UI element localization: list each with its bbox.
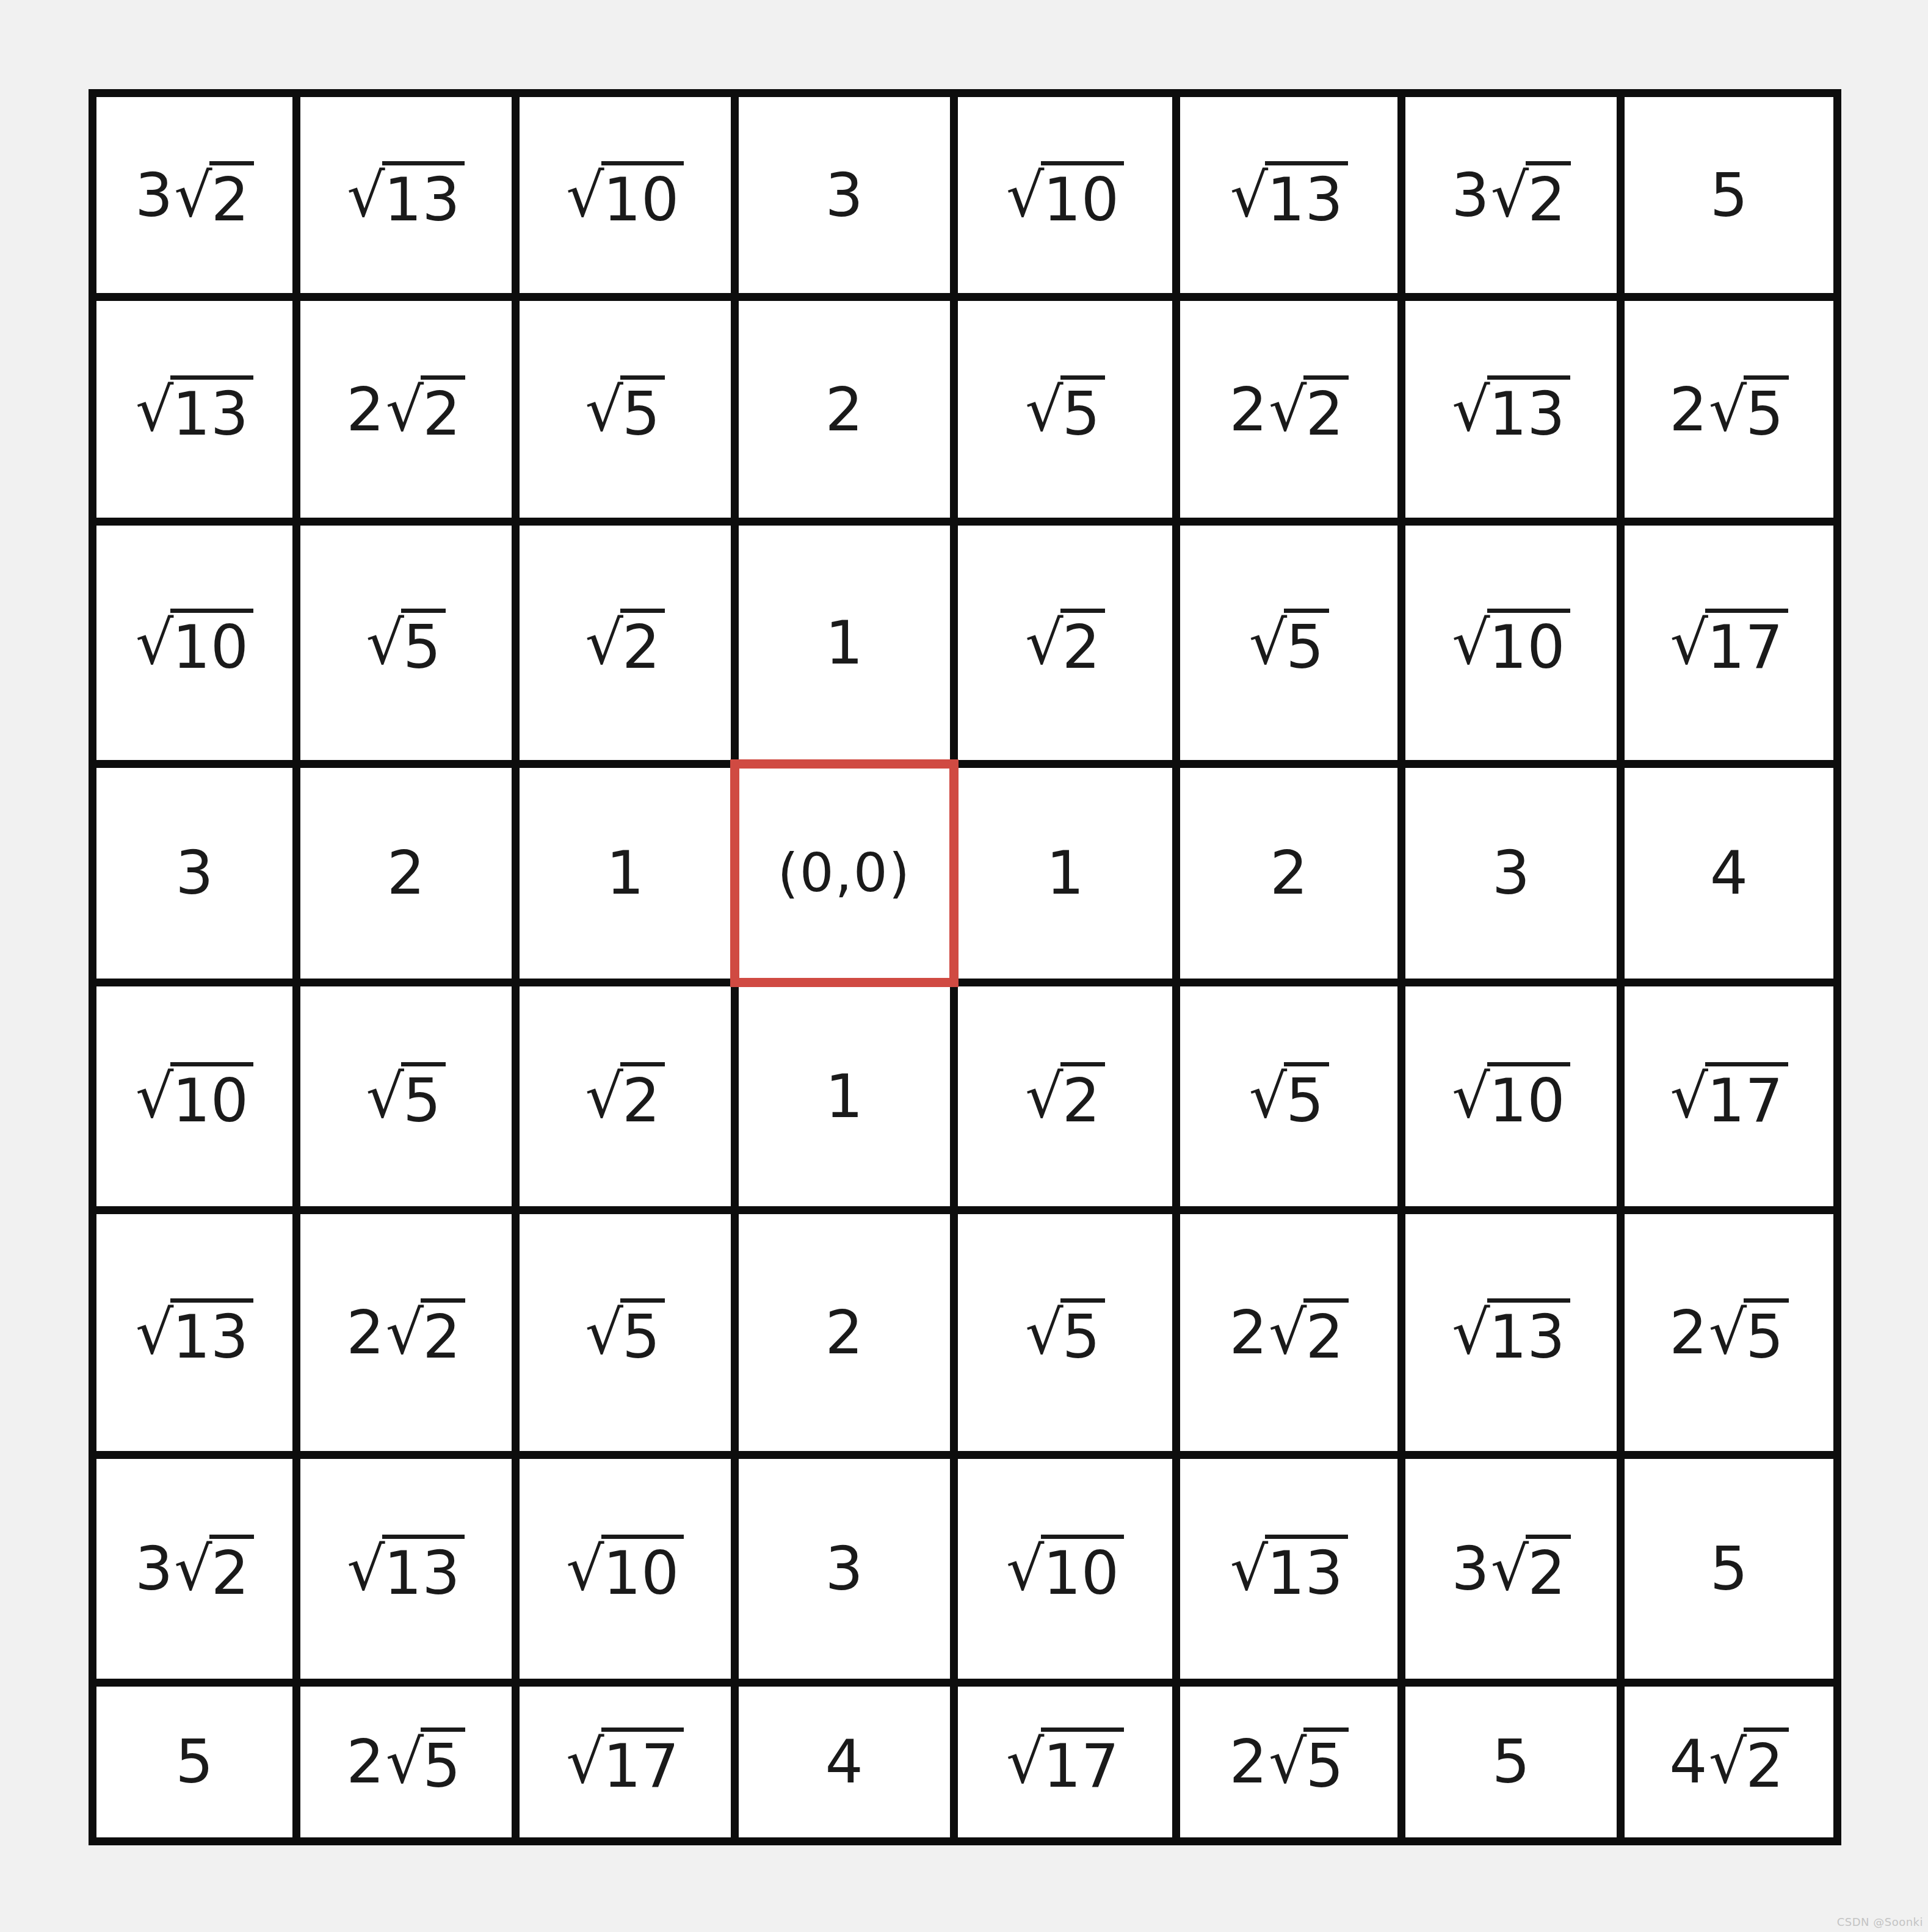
distance-value: 1 [1046, 843, 1084, 903]
radicand: 10 [601, 161, 684, 230]
radicand: 13 [1265, 161, 1348, 230]
radical-coefficient: 2 [346, 1732, 384, 1792]
radicand: 17 [601, 1728, 684, 1796]
distance-value: 5 [1710, 1539, 1748, 1599]
distance-value: 1 [825, 1066, 863, 1126]
radical-sign: √ [566, 165, 604, 225]
grid-cell: 2 [739, 301, 950, 518]
radical-sign: √ [366, 1066, 404, 1126]
radical-sign: √ [1709, 1732, 1747, 1792]
grid-cell: 5 [96, 1687, 292, 1837]
radical-sign: √ [1452, 613, 1490, 673]
radicand: 13 [1487, 375, 1570, 444]
grid-cell: √13 [1405, 301, 1617, 518]
radical-sign: √ [366, 613, 404, 673]
grid-cell: 2√2 [1180, 1214, 1397, 1451]
radical-sign: √ [1025, 380, 1063, 440]
grid-cell: √5 [300, 986, 512, 1206]
grid-cell: 2 [300, 768, 512, 979]
radical-sign: √ [1670, 613, 1708, 673]
grid-cell: √10 [96, 986, 292, 1206]
radicand: 13 [382, 161, 465, 230]
radicand: 5 [1060, 1298, 1105, 1367]
origin-label: (0,0) [777, 846, 911, 900]
grid-cell: √17 [958, 1687, 1173, 1837]
radicand: 13 [382, 1535, 465, 1603]
radical-sign: √ [1249, 1066, 1287, 1126]
radicand: 17 [1041, 1728, 1124, 1796]
radical-sign: √ [1269, 380, 1306, 440]
distance-value: 3 [175, 843, 213, 903]
distance-value: 5 [175, 1732, 213, 1792]
distance-value: 2 [825, 1303, 863, 1362]
grid-cell: √10 [96, 526, 292, 760]
radicand: 13 [170, 1298, 253, 1367]
radicand: 10 [170, 1062, 253, 1131]
radicand: 2 [1744, 1728, 1788, 1796]
radical-sign: √ [136, 1303, 173, 1362]
grid-cell: 3 [739, 1459, 950, 1679]
distance-grid: 3√2√13√103√10√133√25√132√2√52√52√2√132√5… [89, 89, 1841, 1845]
radical-sign: √ [174, 1539, 212, 1599]
radicand: 5 [620, 375, 665, 444]
grid-cell: 3 [96, 768, 292, 979]
radical-sign: √ [1491, 165, 1529, 225]
grid-cell: √13 [1180, 1459, 1397, 1679]
radical-sign: √ [1249, 613, 1287, 673]
grid-cell: √2 [958, 986, 1173, 1206]
radical-sign: √ [1025, 613, 1063, 673]
radical-coefficient: 2 [1669, 1303, 1707, 1362]
grid-cell: 2√2 [300, 1214, 512, 1451]
grid-cell: √13 [300, 97, 512, 293]
radical-coefficient: 2 [1230, 380, 1267, 440]
radicand: 2 [421, 1298, 465, 1367]
radical-sign: √ [347, 1539, 385, 1599]
radical-coefficient: 2 [1230, 1303, 1267, 1362]
radicand: 5 [1284, 1062, 1328, 1131]
grid-cell: 3√2 [1405, 97, 1617, 293]
radical-sign: √ [1452, 1303, 1490, 1362]
distance-value: 2 [825, 380, 863, 440]
grid-cell: 2 [739, 1214, 950, 1451]
radical-sign: √ [174, 165, 212, 225]
grid-cell: 1 [739, 986, 950, 1206]
radicand: 2 [620, 609, 665, 677]
radicand: 2 [1060, 609, 1105, 677]
grid-cell: 3√2 [96, 97, 292, 293]
radical-sign: √ [585, 613, 623, 673]
grid-cell: 2√2 [1180, 301, 1397, 518]
grid-cell: √5 [520, 301, 731, 518]
grid-cell: √10 [1405, 526, 1617, 760]
radicand: 13 [170, 375, 253, 444]
distance-value: 4 [1710, 843, 1748, 903]
radical-sign: √ [386, 1732, 424, 1792]
grid-cell: 2 [1180, 768, 1397, 979]
radicand: 2 [1526, 161, 1570, 230]
radicand: 2 [1060, 1062, 1105, 1131]
grid-cell: √2 [520, 526, 731, 760]
radicand: 17 [1705, 609, 1788, 677]
grid-cell: 3√2 [96, 1459, 292, 1679]
grid-cell: √2 [520, 986, 731, 1206]
radical-sign: √ [1491, 1539, 1529, 1599]
radical-sign: √ [1670, 1066, 1708, 1126]
grid-cell: √13 [96, 1214, 292, 1451]
radical-coefficient: 2 [346, 380, 384, 440]
radical-sign: √ [1230, 165, 1268, 225]
radicand: 5 [401, 1062, 446, 1131]
radical-coefficient: 3 [1451, 165, 1489, 225]
distance-value: 3 [825, 1539, 863, 1599]
origin-cell: (0,0) [739, 768, 950, 979]
radicand: 2 [421, 375, 465, 444]
radicand: 2 [1303, 1298, 1348, 1367]
grid-cell: 5 [1625, 1459, 1833, 1679]
grid-cell: √5 [1180, 526, 1397, 760]
radicand: 2 [209, 1535, 254, 1603]
grid-cell: 5 [1405, 1687, 1617, 1837]
radical-sign: √ [585, 380, 623, 440]
radical-sign: √ [1025, 1066, 1063, 1126]
radical-sign: √ [585, 1066, 623, 1126]
grid-cell: √17 [1625, 986, 1833, 1206]
grid-cell: 3 [739, 97, 950, 293]
distance-value: 2 [387, 843, 425, 903]
radical-coefficient: 2 [1669, 380, 1707, 440]
grid-cell: 4 [1625, 768, 1833, 979]
radicand: 5 [401, 609, 446, 677]
radical-sign: √ [566, 1732, 604, 1792]
radical-sign: √ [566, 1539, 604, 1599]
radical-sign: √ [136, 380, 173, 440]
grid-cell: 2√2 [300, 301, 512, 518]
grid-cell: 2√5 [300, 1687, 512, 1837]
distance-value: 3 [1492, 843, 1530, 903]
radicand: 10 [170, 609, 253, 677]
distance-value: 2 [1270, 843, 1308, 903]
grid-cell: 3 [1405, 768, 1617, 979]
grid-cell: √10 [520, 1459, 731, 1679]
grid-cell: √10 [1405, 986, 1617, 1206]
radical-sign: √ [1006, 1732, 1044, 1792]
radical-coefficient: 2 [1230, 1732, 1267, 1792]
grid-cell: √10 [958, 97, 1173, 293]
watermark: CSDN @Soonki [1837, 1916, 1923, 1928]
grid-cell: √13 [300, 1459, 512, 1679]
radicand: 5 [1744, 1298, 1788, 1367]
radical-coefficient: 3 [135, 1539, 173, 1599]
distance-value: 1 [825, 613, 863, 673]
radicand: 10 [1041, 161, 1124, 230]
grid-cell: 4√2 [1625, 1687, 1833, 1837]
radicand: 5 [1284, 609, 1328, 677]
radical-coefficient: 4 [1669, 1732, 1707, 1792]
grid-cell: 4 [739, 1687, 950, 1837]
distance-value: 3 [825, 165, 863, 225]
radicand: 13 [1487, 1298, 1570, 1367]
grid-cell: 2√5 [1625, 1214, 1833, 1451]
grid-cell: √13 [96, 301, 292, 518]
grid-cell: √5 [958, 1214, 1173, 1451]
radical-sign: √ [136, 613, 173, 673]
radicand: 5 [1060, 375, 1105, 444]
grid-cell: √5 [300, 526, 512, 760]
radicand: 10 [1487, 609, 1570, 677]
radicand: 10 [1041, 1535, 1124, 1603]
radical-sign: √ [1709, 380, 1747, 440]
radical-sign: √ [347, 165, 385, 225]
radicand: 10 [601, 1535, 684, 1603]
grid-cell: √5 [958, 301, 1173, 518]
radical-sign: √ [1269, 1732, 1306, 1792]
radical-sign: √ [1006, 1539, 1044, 1599]
grid-cell: 1 [739, 526, 950, 760]
radicand: 5 [1744, 375, 1788, 444]
radical-sign: √ [1230, 1539, 1268, 1599]
radical-sign: √ [136, 1066, 173, 1126]
grid-cell: √5 [1180, 986, 1397, 1206]
distance-value: 1 [606, 843, 644, 903]
radicand: 17 [1705, 1062, 1788, 1131]
radical-sign: √ [1025, 1303, 1063, 1362]
radical-coefficient: 3 [1451, 1539, 1489, 1599]
radical-coefficient: 2 [346, 1303, 384, 1362]
radicand: 13 [1265, 1535, 1348, 1603]
grid-cell: √17 [520, 1687, 731, 1837]
grid-cell: √10 [958, 1459, 1173, 1679]
radicand: 2 [209, 161, 254, 230]
radicand: 2 [620, 1062, 665, 1131]
grid-cell: 1 [958, 768, 1173, 979]
radical-sign: √ [1452, 380, 1490, 440]
grid-cell: 2√5 [1625, 301, 1833, 518]
grid-cell: 1 [520, 768, 731, 979]
radical-sign: √ [585, 1303, 623, 1362]
radical-sign: √ [386, 380, 424, 440]
radicand: 5 [1303, 1728, 1348, 1796]
grid-cell: √10 [520, 97, 731, 293]
grid-cell: √5 [520, 1214, 731, 1451]
radical-sign: √ [1709, 1303, 1747, 1362]
grid-cell: √17 [1625, 526, 1833, 760]
radicand: 10 [1487, 1062, 1570, 1131]
grid-cell: √2 [958, 526, 1173, 760]
canvas: 3√2√13√103√10√133√25√132√2√52√52√2√132√5… [0, 0, 1928, 1932]
grid-cell: 3√2 [1405, 1459, 1617, 1679]
radical-coefficient: 3 [135, 165, 173, 225]
distance-value: 5 [1492, 1732, 1530, 1792]
distance-value: 5 [1710, 165, 1748, 225]
radicand: 5 [620, 1298, 665, 1367]
radicand: 2 [1303, 375, 1348, 444]
radicand: 2 [1526, 1535, 1570, 1603]
radical-sign: √ [1269, 1303, 1306, 1362]
radicand: 5 [421, 1728, 465, 1796]
radical-sign: √ [1452, 1066, 1490, 1126]
grid-cell: √13 [1180, 97, 1397, 293]
grid-cell: 5 [1625, 97, 1833, 293]
distance-value: 4 [825, 1732, 863, 1792]
grid-cell: √13 [1405, 1214, 1617, 1451]
radical-sign: √ [1006, 165, 1044, 225]
radical-sign: √ [386, 1303, 424, 1362]
grid-cell: 2√5 [1180, 1687, 1397, 1837]
